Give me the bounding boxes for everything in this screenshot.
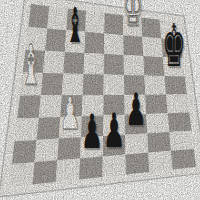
square-b6[interactable]: [43, 51, 65, 74]
piece-black-pawn-f3[interactable]: ♟: [125, 88, 146, 133]
piece-black-bishop-c7[interactable]: ♝: [66, 2, 85, 50]
square-a4[interactable]: [17, 95, 41, 118]
square-b7[interactable]: [45, 29, 66, 52]
square-g2[interactable]: [147, 132, 171, 153]
chessboard-photo: ♚♝♚♝♟♟♟♟ ♔: [0, 0, 200, 200]
square-d7[interactable]: [84, 32, 104, 54]
square-d8[interactable]: [85, 11, 104, 34]
square-e7[interactable]: [104, 34, 124, 56]
square-c1[interactable]: [56, 158, 80, 182]
square-b3[interactable]: [37, 117, 61, 140]
square-c6[interactable]: [63, 52, 84, 74]
square-c2[interactable]: [57, 137, 81, 160]
maker-stamp-icon: ♔: [19, 160, 27, 169]
square-e6[interactable]: [104, 54, 124, 75]
square-d1[interactable]: [79, 157, 103, 180]
square-d6[interactable]: [84, 53, 105, 75]
piece-white-king-f8[interactable]: ♚: [122, 0, 142, 35]
square-b2[interactable]: [35, 139, 59, 163]
piece-black-king-h6[interactable]: ♚: [162, 17, 185, 76]
piece-white-bishop-a5[interactable]: ♝: [21, 39, 42, 94]
square-b4[interactable]: [39, 95, 62, 117]
square-e5[interactable]: [104, 75, 125, 96]
square-g3[interactable]: [146, 113, 169, 133]
piece-white-pawn-c3[interactable]: ♟: [60, 92, 81, 137]
square-h2[interactable]: [169, 131, 193, 151]
square-h1[interactable]: [171, 149, 196, 170]
square-f2[interactable]: [125, 133, 148, 154]
square-f1[interactable]: [126, 153, 150, 175]
piece-black-pawn-d2[interactable]: ♟: [80, 109, 102, 157]
piece-black-pawn-e2[interactable]: ♟: [103, 107, 125, 155]
square-g7[interactable]: [142, 37, 163, 57]
square-g1[interactable]: [148, 151, 172, 172]
square-f6[interactable]: [124, 55, 145, 75]
square-f7[interactable]: [123, 35, 143, 56]
square-g8[interactable]: [141, 18, 161, 39]
square-b1[interactable]: [32, 160, 57, 184]
square-g4[interactable]: [145, 95, 168, 115]
square-h4[interactable]: [166, 95, 189, 114]
square-e8[interactable]: [104, 13, 123, 35]
square-d5[interactable]: [83, 74, 104, 95]
square-h3[interactable]: [168, 113, 192, 133]
square-a3[interactable]: [15, 118, 39, 142]
square-a8[interactable]: [28, 4, 49, 29]
